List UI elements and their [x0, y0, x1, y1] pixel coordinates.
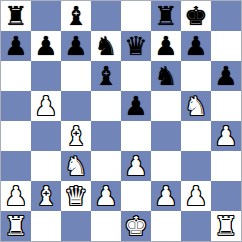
square-f1[interactable] [151, 211, 181, 241]
square-c6[interactable] [61, 61, 91, 91]
square-h7[interactable] [211, 31, 241, 61]
square-b8[interactable] [31, 1, 61, 31]
piece-white-pawn[interactable]: ♟ [154, 181, 177, 211]
piece-white-bishop[interactable]: ♝ [34, 181, 57, 211]
piece-black-pawn[interactable]: ♟ [154, 31, 177, 61]
square-f8[interactable]: ♜ [151, 1, 181, 31]
square-h3[interactable] [211, 151, 241, 181]
piece-black-knight[interactable]: ♞ [154, 61, 177, 91]
square-e8[interactable] [121, 1, 151, 31]
square-g6[interactable] [181, 61, 211, 91]
square-g7[interactable]: ♟ [181, 31, 211, 61]
square-h2[interactable] [211, 181, 241, 211]
piece-white-queen[interactable]: ♛ [64, 181, 87, 211]
square-c5[interactable] [61, 91, 91, 121]
square-c2[interactable]: ♛ [61, 181, 91, 211]
square-b6[interactable] [31, 61, 61, 91]
square-g5[interactable]: ♞ [181, 91, 211, 121]
chess-board-frame: ♜♝♜♚♟♟♟♞♛♟♟♝♞♟♟♟♞♝♟♞♟♟♝♛♟♟♟♜♚♜ [0, 0, 242, 242]
piece-white-pawn[interactable]: ♟ [124, 151, 147, 181]
piece-white-pawn[interactable]: ♟ [184, 181, 207, 211]
square-c1[interactable] [61, 211, 91, 241]
square-b3[interactable] [31, 151, 61, 181]
square-b1[interactable] [31, 211, 61, 241]
piece-white-knight[interactable]: ♞ [64, 151, 87, 181]
square-f4[interactable] [151, 121, 181, 151]
piece-black-pawn[interactable]: ♟ [4, 31, 27, 61]
piece-white-bishop[interactable]: ♝ [64, 121, 87, 151]
piece-black-pawn[interactable]: ♟ [124, 91, 147, 121]
square-g8[interactable]: ♚ [181, 1, 211, 31]
square-a4[interactable] [1, 121, 31, 151]
piece-white-king[interactable]: ♚ [124, 211, 147, 241]
square-e5[interactable]: ♟ [121, 91, 151, 121]
square-f7[interactable]: ♟ [151, 31, 181, 61]
square-g3[interactable] [181, 151, 211, 181]
square-d4[interactable] [91, 121, 121, 151]
square-h6[interactable]: ♟ [211, 61, 241, 91]
square-d8[interactable] [91, 1, 121, 31]
square-a5[interactable] [1, 91, 31, 121]
piece-black-bishop[interactable]: ♝ [64, 1, 87, 31]
square-h8[interactable] [211, 1, 241, 31]
chess-board: ♜♝♜♚♟♟♟♞♛♟♟♝♞♟♟♟♞♝♟♞♟♟♝♛♟♟♟♜♚♜ [1, 1, 241, 241]
square-d2[interactable]: ♟ [91, 181, 121, 211]
square-e6[interactable] [121, 61, 151, 91]
square-a3[interactable] [1, 151, 31, 181]
piece-white-pawn[interactable]: ♟ [214, 121, 237, 151]
piece-white-rook[interactable]: ♜ [214, 211, 237, 241]
square-e7[interactable]: ♛ [121, 31, 151, 61]
piece-black-knight[interactable]: ♞ [94, 31, 117, 61]
piece-white-knight[interactable]: ♞ [184, 91, 207, 121]
square-g2[interactable]: ♟ [181, 181, 211, 211]
square-g4[interactable] [181, 121, 211, 151]
piece-black-pawn[interactable]: ♟ [184, 31, 207, 61]
square-e4[interactable] [121, 121, 151, 151]
square-d6[interactable]: ♝ [91, 61, 121, 91]
square-a1[interactable]: ♜ [1, 211, 31, 241]
square-b5[interactable]: ♟ [31, 91, 61, 121]
square-b7[interactable]: ♟ [31, 31, 61, 61]
square-c3[interactable]: ♞ [61, 151, 91, 181]
square-h4[interactable]: ♟ [211, 121, 241, 151]
piece-white-rook[interactable]: ♜ [4, 211, 27, 241]
square-d1[interactable] [91, 211, 121, 241]
square-h1[interactable]: ♜ [211, 211, 241, 241]
piece-white-pawn[interactable]: ♟ [94, 181, 117, 211]
square-e2[interactable] [121, 181, 151, 211]
piece-black-rook[interactable]: ♜ [154, 1, 177, 31]
square-f2[interactable]: ♟ [151, 181, 181, 211]
square-f5[interactable] [151, 91, 181, 121]
piece-black-queen[interactable]: ♛ [124, 31, 147, 61]
square-a8[interactable]: ♜ [1, 1, 31, 31]
piece-black-king[interactable]: ♚ [184, 1, 207, 31]
square-a6[interactable] [1, 61, 31, 91]
piece-black-pawn[interactable]: ♟ [214, 61, 237, 91]
square-a7[interactable]: ♟ [1, 31, 31, 61]
square-d3[interactable] [91, 151, 121, 181]
piece-white-pawn[interactable]: ♟ [34, 91, 57, 121]
square-d5[interactable] [91, 91, 121, 121]
piece-white-pawn[interactable]: ♟ [4, 181, 27, 211]
square-b2[interactable]: ♝ [31, 181, 61, 211]
square-c4[interactable]: ♝ [61, 121, 91, 151]
piece-black-pawn[interactable]: ♟ [64, 31, 87, 61]
square-h5[interactable] [211, 91, 241, 121]
piece-black-pawn[interactable]: ♟ [34, 31, 57, 61]
square-e1[interactable]: ♚ [121, 211, 151, 241]
square-d7[interactable]: ♞ [91, 31, 121, 61]
square-e3[interactable]: ♟ [121, 151, 151, 181]
square-c7[interactable]: ♟ [61, 31, 91, 61]
piece-black-rook[interactable]: ♜ [4, 1, 27, 31]
square-f3[interactable] [151, 151, 181, 181]
square-b4[interactable] [31, 121, 61, 151]
piece-black-bishop[interactable]: ♝ [94, 61, 117, 91]
square-g1[interactable] [181, 211, 211, 241]
square-c8[interactable]: ♝ [61, 1, 91, 31]
square-a2[interactable]: ♟ [1, 181, 31, 211]
square-f6[interactable]: ♞ [151, 61, 181, 91]
